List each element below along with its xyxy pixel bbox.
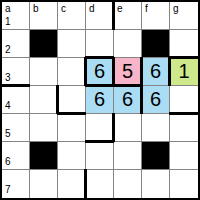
puzzle-board: 6561666abcdefg1234567 <box>0 0 200 200</box>
cell-g4[interactable] <box>170 86 198 114</box>
row-label-5: 5 <box>5 129 11 139</box>
bar-c4-left <box>56 85 59 114</box>
bar-d3-bottom <box>85 84 114 87</box>
bar-c4-bottom <box>57 112 86 115</box>
cell-f5[interactable] <box>142 114 170 142</box>
bar-g3-left <box>168 57 171 86</box>
col-label-f: f <box>145 4 148 14</box>
cell-d2[interactable] <box>86 30 114 58</box>
bar-f3-left <box>140 57 143 86</box>
cell-e2[interactable] <box>114 30 142 58</box>
col-label-b: b <box>33 4 39 14</box>
cell-f3[interactable]: 6 <box>142 58 170 86</box>
bar-g3-top <box>169 56 198 59</box>
cell-e3[interactable]: 5 <box>114 58 142 86</box>
cell-d5[interactable] <box>86 114 114 142</box>
row-label-1: 1 <box>5 17 11 27</box>
cell-g5[interactable] <box>170 114 198 142</box>
bar-g4-bottom <box>169 112 198 115</box>
row-label-3: 3 <box>5 73 11 83</box>
col-label-e: e <box>117 4 123 14</box>
cell-c4[interactable] <box>58 86 86 114</box>
cell-e7[interactable] <box>114 170 142 198</box>
bar-a3-bottom <box>1 84 30 87</box>
row-label-2: 2 <box>5 45 11 55</box>
cell-d7[interactable] <box>86 170 114 198</box>
cell-g7[interactable] <box>170 170 198 198</box>
col-label-c: c <box>61 4 66 14</box>
cell-b6 <box>30 142 58 170</box>
cell-b4[interactable] <box>30 86 58 114</box>
cell-d6[interactable] <box>86 142 114 170</box>
col-label-g: g <box>173 4 179 14</box>
col-label-d: d <box>89 4 95 14</box>
bar-e3-bottom <box>113 84 142 87</box>
cell-e6[interactable] <box>114 142 142 170</box>
cell-f7[interactable] <box>142 170 170 198</box>
cell-g6[interactable] <box>170 142 198 170</box>
bar-d5-bottom <box>85 140 114 143</box>
cell-e5[interactable] <box>114 114 142 142</box>
row-label-7: 7 <box>5 185 11 195</box>
bar-e5-left <box>112 113 115 142</box>
cell-f4[interactable]: 6 <box>142 86 170 114</box>
bar-e1-left <box>112 1 115 30</box>
cell-d3[interactable]: 6 <box>86 58 114 86</box>
cell-c2[interactable] <box>58 30 86 58</box>
bar-d3-left <box>84 57 87 86</box>
col-label-a: a <box>5 4 11 14</box>
cell-g2[interactable] <box>170 30 198 58</box>
cell-b5[interactable] <box>30 114 58 142</box>
cell-f2 <box>142 30 170 58</box>
cell-c6[interactable] <box>58 142 86 170</box>
cell-c5[interactable] <box>58 114 86 142</box>
puzzle-screenshot: 6561666abcdefg1234567 <box>0 0 200 200</box>
cell-b7[interactable] <box>30 170 58 198</box>
bar-d7-left <box>84 169 87 198</box>
cell-c3[interactable] <box>58 58 86 86</box>
cell-b3[interactable] <box>30 58 58 86</box>
cell-d4[interactable]: 6 <box>86 86 114 114</box>
bar-d3-top <box>85 56 114 59</box>
cell-e4[interactable]: 6 <box>114 86 142 114</box>
row-label-4: 4 <box>5 101 11 111</box>
bar-e3-left <box>112 57 115 86</box>
cell-c7[interactable] <box>58 170 86 198</box>
bar-f4-left <box>140 85 143 114</box>
row-label-6: 6 <box>5 157 11 167</box>
cell-g3[interactable]: 1 <box>170 58 198 86</box>
cell-f6 <box>142 142 170 170</box>
cell-b2 <box>30 30 58 58</box>
